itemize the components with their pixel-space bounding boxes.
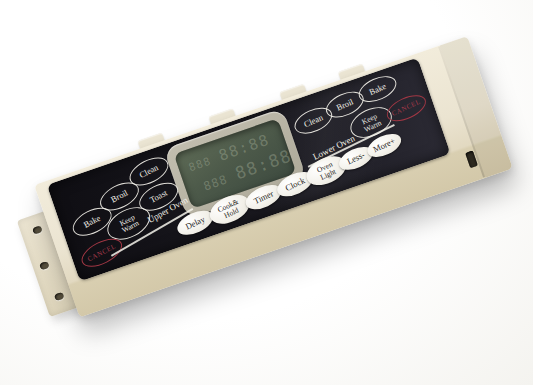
screw-hole [32, 225, 43, 235]
screw-hole [39, 261, 50, 271]
lower-display-small-digits: 888 [202, 172, 230, 193]
oven-light-label: Oven Light [316, 160, 337, 180]
screw-hole [54, 292, 65, 302]
product-photo-background: 888 88:88 888 88:88 Bake Broil Clean Kee… [0, 0, 533, 385]
keep-warm-upper-label: Keep Warm [117, 213, 140, 235]
board-rotation-wrapper: 888 88:88 888 88:88 Bake Broil Clean Kee… [5, 27, 527, 357]
cook-and-hold-label: Cook& Hold [216, 198, 242, 221]
